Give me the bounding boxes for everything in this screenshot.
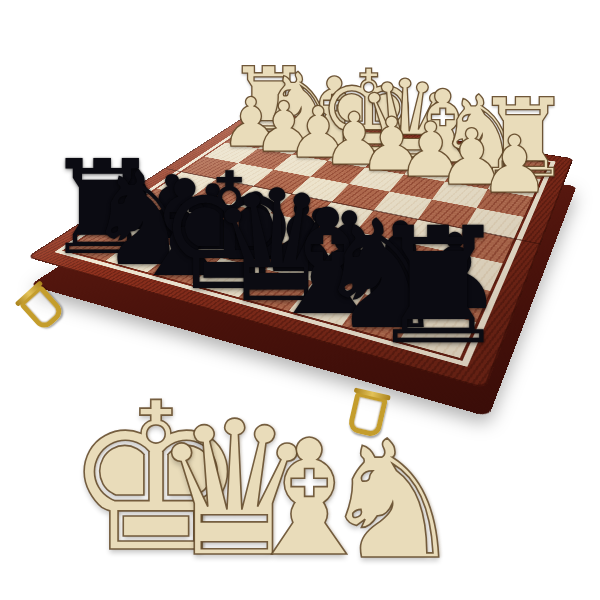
brass-clasp-bottom — [347, 391, 388, 438]
display-piece-white-king: ♚ — [54, 376, 259, 581]
display-piece-white-knight: ♞ — [311, 419, 474, 582]
display-piece-white-queen: ♛ — [141, 397, 327, 583]
display-piece-white-bishop: ♝ — [229, 419, 389, 579]
chess-set-photo: ♜♞♝♚♛♝♞♜♟︎♟︎♟︎♟︎♟︎♟︎♟︎♟︎♟︎♟︎♟︎♟︎♟︎♟︎♟︎♟︎… — [0, 0, 600, 600]
chess-board — [66, 118, 548, 358]
